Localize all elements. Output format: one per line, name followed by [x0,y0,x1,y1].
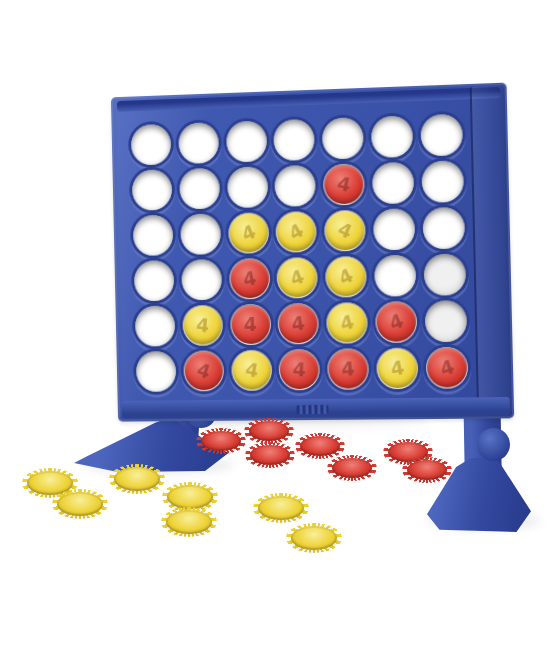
cell-col4-row5[interactable]: 4 [274,300,324,347]
disc-face [167,485,213,509]
yellow-piece[interactable]: 4 [232,350,271,389]
embossed-4-marking: 4 [239,221,258,244]
hole: 4 [277,256,319,298]
embossed-4-marking: 4 [293,359,307,379]
board-grid: 444444444444444444 [127,110,473,393]
embossed-4-marking: 4 [291,313,307,334]
cell-col1-row5[interactable] [131,302,179,348]
cell-col2-row6[interactable]: 4 [179,347,228,393]
embossed-4-marking: 4 [288,266,307,288]
red-piece[interactable]: 4 [324,164,364,204]
hole: 4 [182,304,223,345]
cell-col6-row6[interactable]: 4 [372,344,422,391]
hole [322,117,364,159]
hole [227,166,268,208]
cell-col6-row5[interactable]: 4 [371,298,421,345]
red-piece[interactable]: 4 [184,351,223,390]
hole [425,300,468,342]
red-loose-disc[interactable] [402,457,452,483]
cell-col3-row6[interactable]: 4 [227,347,276,393]
disc-face [258,496,304,520]
red-loose-disc[interactable] [244,418,294,444]
disc-face [201,431,241,451]
red-loose-disc[interactable] [245,442,295,468]
yellow-loose-disc[interactable] [161,507,217,537]
hole: 4 [229,257,270,299]
yellow-loose-disc[interactable] [253,493,309,523]
cell-col6-row3[interactable] [369,205,419,253]
hole: 4 [327,348,369,390]
yellow-piece[interactable]: 4 [327,302,367,342]
cell-col5-row3[interactable]: 4 [320,206,370,253]
disc-face [166,510,212,534]
cell-col4-row2[interactable] [271,162,321,209]
yellow-piece[interactable]: 4 [325,210,365,250]
yellow-piece[interactable]: 4 [277,211,317,251]
cell-col7-row5[interactable] [421,297,472,344]
cell-col1-row1[interactable] [127,121,175,168]
hole [133,214,174,255]
hole: 4 [228,212,269,254]
cell-col2-row3[interactable] [176,210,225,257]
hole [132,169,173,211]
disc-face [114,467,160,491]
cell-col1-row6[interactable] [132,348,180,394]
red-piece[interactable]: 4 [231,304,270,343]
hole [135,305,176,346]
disc-face [250,445,290,465]
hole [374,254,416,296]
red-piece[interactable]: 4 [230,258,269,298]
hole [274,118,316,160]
hole [180,213,221,255]
hole: 4 [278,302,320,344]
embossed-4-marking: 4 [341,359,356,379]
hole: 4 [230,303,271,344]
red-piece[interactable]: 4 [280,349,320,388]
cell-col1-row4[interactable] [130,257,178,303]
embossed-4-marking: 4 [387,310,407,333]
disc-face [407,460,447,480]
embossed-4-marking: 4 [335,219,355,242]
cell-col5-row6[interactable]: 4 [323,345,373,392]
hole [421,160,464,203]
red-piece[interactable]: 4 [279,303,319,343]
hole [178,122,219,164]
yellow-piece[interactable]: 4 [278,257,318,297]
red-loose-disc[interactable] [196,428,246,454]
cell-col6-row1[interactable] [367,112,417,160]
yellow-piece[interactable]: 4 [183,305,222,344]
cell-col6-row4[interactable] [370,251,420,298]
cell-col1-row3[interactable] [129,212,177,259]
hole [424,253,467,295]
hole [275,164,317,206]
yellow-piece[interactable]: 4 [229,213,268,253]
connect-four-board: 444444444444444444 [111,83,514,422]
right-end-cap [470,86,512,416]
hole: 4 [325,255,367,297]
cell-col3-row2[interactable] [223,163,272,210]
red-loose-disc[interactable] [327,455,377,481]
cell-col7-row1[interactable] [416,110,467,158]
cell-col4-row6[interactable]: 4 [275,346,325,393]
yellow-piece[interactable]: 4 [377,348,417,388]
cell-col7-row2[interactable] [417,157,468,205]
cell-col2-row5[interactable]: 4 [178,302,227,348]
yellow-loose-disc[interactable] [52,489,108,519]
hole: 4 [376,347,418,389]
embossed-4-marking: 4 [438,356,457,378]
hole: 4 [426,346,469,388]
release-slider[interactable] [297,405,329,414]
right-leg-hinge [477,428,510,461]
embossed-4-marking: 4 [338,311,356,333]
disc-face [57,492,103,516]
hole [179,167,220,209]
disc-face [300,436,340,456]
yellow-piece[interactable]: 4 [326,256,366,296]
embossed-4-marking: 4 [286,220,307,243]
embossed-4-marking: 4 [195,359,213,381]
hole [131,123,172,165]
cell-col2-row1[interactable] [174,119,223,166]
cell-col3-row3[interactable]: 4 [224,209,273,256]
hole [420,113,463,156]
cell-col4-row4[interactable]: 4 [273,254,323,301]
disc-face [249,421,289,441]
hole: 4 [279,348,321,389]
cell-col7-row3[interactable] [418,204,469,252]
red-piece[interactable]: 4 [427,347,468,387]
cell-col2-row2[interactable] [175,165,224,212]
cell-col3-row4[interactable]: 4 [225,255,274,302]
hole [371,115,413,158]
hole [181,258,222,299]
hole: 4 [276,210,318,252]
cell-col2-row4[interactable] [177,256,226,303]
cell-col5-row5[interactable]: 4 [322,299,372,346]
hole [136,350,177,391]
hole: 4 [323,163,365,205]
cell-col5-row2[interactable]: 4 [319,160,369,208]
disc-face [291,526,337,550]
yellow-loose-disc[interactable] [109,464,165,494]
cell-col6-row2[interactable] [368,159,418,207]
embossed-4-marking: 4 [195,315,210,335]
cell-col1-row2[interactable] [128,166,176,213]
embossed-4-marking: 4 [389,357,406,378]
hole: 4 [183,350,224,391]
embossed-4-marking: 4 [336,265,356,288]
hole [134,260,175,301]
hole [423,206,466,249]
hole: 4 [375,301,417,343]
drop-slot-rail[interactable] [117,87,501,112]
hole: 4 [231,349,272,390]
hole [226,120,267,162]
disc-face [332,458,372,478]
hole: 4 [326,301,368,343]
cell-col4-row3[interactable]: 4 [272,208,322,255]
embossed-4-marking: 4 [243,359,259,380]
embossed-4-marking: 4 [336,173,353,194]
red-piece[interactable]: 4 [328,349,368,389]
red-piece[interactable]: 4 [376,302,416,342]
hole [372,161,414,203]
hole [373,208,415,250]
hole: 4 [324,209,366,251]
cell-col5-row1[interactable] [318,114,368,162]
cell-col3-row1[interactable] [222,117,271,164]
cell-col3-row5[interactable]: 4 [226,301,275,348]
connect-four-photo: 444444444444444444 [0,0,560,655]
cell-col4-row1[interactable] [270,116,319,164]
cell-col5-row4[interactable]: 4 [321,253,371,300]
yellow-loose-disc[interactable] [286,523,342,553]
embossed-4-marking: 4 [244,314,257,333]
cell-col7-row4[interactable] [420,250,471,298]
cell-col7-row6[interactable]: 4 [422,344,473,391]
embossed-4-marking: 4 [241,268,258,289]
